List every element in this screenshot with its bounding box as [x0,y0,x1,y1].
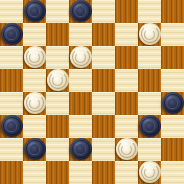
square-h7[interactable] [161,23,184,46]
square-h2[interactable] [161,138,184,161]
square-e1[interactable] [92,161,115,184]
square-e2[interactable] [92,138,115,161]
square-c1[interactable] [46,161,69,184]
square-d1[interactable] [69,161,92,184]
square-c7[interactable] [46,23,69,46]
black-man-d8[interactable] [70,0,92,22]
square-d2[interactable] [69,138,92,161]
square-g1[interactable] [138,161,161,184]
square-c6[interactable] [46,46,69,69]
square-a7[interactable] [0,23,23,46]
square-e7[interactable] [92,23,115,46]
square-f3[interactable] [115,115,138,138]
square-a5[interactable] [0,69,23,92]
square-d5[interactable] [69,69,92,92]
square-d7[interactable] [69,23,92,46]
square-g6[interactable] [138,46,161,69]
square-a3[interactable] [0,115,23,138]
square-g8[interactable] [138,0,161,23]
square-f8[interactable] [115,0,138,23]
white-man-g1[interactable] [139,161,161,183]
square-c8[interactable] [46,0,69,23]
checkers-board [0,0,184,184]
square-h5[interactable] [161,69,184,92]
square-h8[interactable] [161,0,184,23]
black-man-a7[interactable] [1,23,23,45]
square-a8[interactable] [0,0,23,23]
square-g5[interactable] [138,69,161,92]
square-b6[interactable] [23,46,46,69]
white-man-c5[interactable] [47,69,69,91]
square-g4[interactable] [138,92,161,115]
square-b5[interactable] [23,69,46,92]
square-g3[interactable] [138,115,161,138]
square-f2[interactable] [115,138,138,161]
white-man-b6[interactable] [24,46,46,68]
black-man-a3[interactable] [1,115,23,137]
square-e5[interactable] [92,69,115,92]
square-b2[interactable] [23,138,46,161]
black-man-d2[interactable] [70,138,92,160]
square-d4[interactable] [69,92,92,115]
square-c5[interactable] [46,69,69,92]
square-f4[interactable] [115,92,138,115]
square-f6[interactable] [115,46,138,69]
square-b7[interactable] [23,23,46,46]
white-man-b4[interactable] [24,92,46,114]
square-e4[interactable] [92,92,115,115]
square-c2[interactable] [46,138,69,161]
square-c4[interactable] [46,92,69,115]
white-man-g7[interactable] [139,23,161,45]
square-h3[interactable] [161,115,184,138]
square-e3[interactable] [92,115,115,138]
square-b3[interactable] [23,115,46,138]
square-g7[interactable] [138,23,161,46]
square-h1[interactable] [161,161,184,184]
square-f5[interactable] [115,69,138,92]
square-d6[interactable] [69,46,92,69]
square-h4[interactable] [161,92,184,115]
black-man-h4[interactable] [162,92,184,114]
square-b8[interactable] [23,0,46,23]
black-man-g3[interactable] [139,115,161,137]
square-a6[interactable] [0,46,23,69]
square-d3[interactable] [69,115,92,138]
square-c3[interactable] [46,115,69,138]
square-g2[interactable] [138,138,161,161]
square-e8[interactable] [92,0,115,23]
square-d8[interactable] [69,0,92,23]
white-man-f2[interactable] [116,138,138,160]
square-b4[interactable] [23,92,46,115]
square-f1[interactable] [115,161,138,184]
black-man-b8[interactable] [24,0,46,22]
square-a2[interactable] [0,138,23,161]
square-a4[interactable] [0,92,23,115]
square-h6[interactable] [161,46,184,69]
square-e6[interactable] [92,46,115,69]
black-man-b2[interactable] [24,138,46,160]
square-f7[interactable] [115,23,138,46]
square-a1[interactable] [0,161,23,184]
square-b1[interactable] [23,161,46,184]
white-man-d6[interactable] [70,46,92,68]
